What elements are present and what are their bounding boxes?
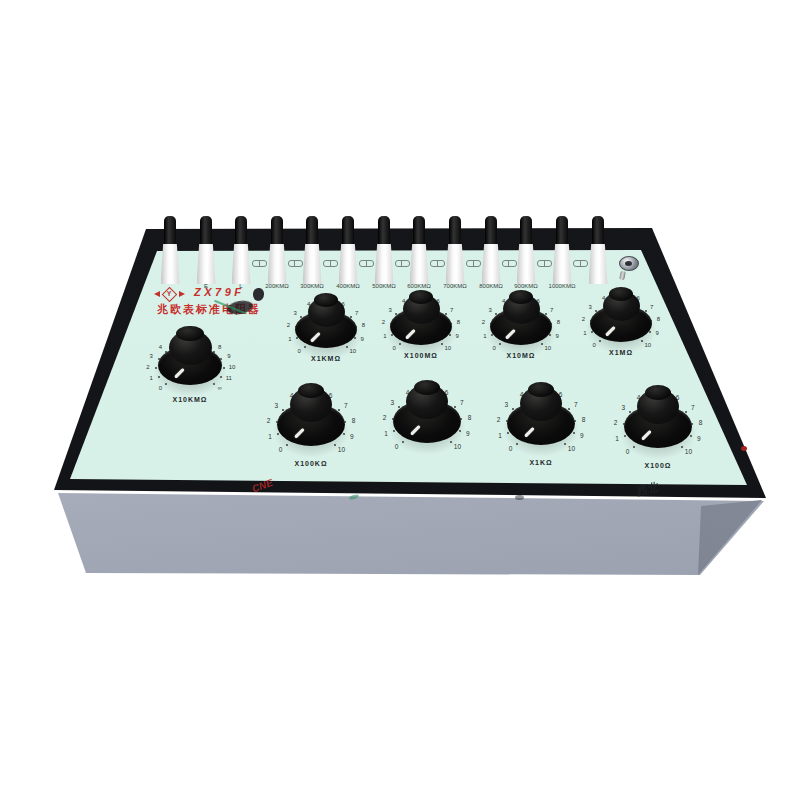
dial-number: 9 — [575, 432, 589, 439]
dial-number: 2 — [576, 316, 590, 322]
shorting-link[interactable] — [323, 260, 338, 267]
logo-right-wing-icon — [179, 291, 185, 297]
knob-range-label: X10KMΩ — [140, 396, 240, 403]
dial-number: 10 — [641, 342, 655, 348]
dial-number: 7 — [350, 310, 364, 316]
dial-number: 7 — [645, 304, 659, 310]
dial-number: 1 — [263, 433, 277, 440]
dial-number: 2 — [378, 414, 392, 421]
dial-number: 9 — [550, 333, 564, 339]
dial-number: 0 — [153, 385, 167, 391]
dial-number: 10 — [564, 445, 578, 452]
dial-number: ∞ — [213, 385, 227, 391]
dial-number: 8 — [346, 417, 360, 424]
screw-terminal[interactable] — [619, 256, 639, 271]
dial-number: 10 — [346, 348, 360, 354]
dial-number: 0 — [587, 342, 601, 348]
knob-range-label: X1MΩ — [571, 349, 671, 356]
knob-range-label: X100KΩ — [261, 460, 361, 467]
dial-number: 1 — [283, 336, 297, 342]
terminal-label: 1000KMΩ — [540, 283, 584, 289]
dial-number: 10 — [225, 364, 239, 370]
dial-number: 0 — [504, 445, 518, 452]
dial-number: 10 — [681, 448, 695, 455]
red-speck — [741, 446, 747, 451]
dial-number: 11 — [222, 375, 236, 381]
dial-tick-icon — [158, 376, 160, 378]
dial-number: 9 — [650, 330, 664, 336]
shorting-link[interactable] — [359, 260, 374, 267]
dial-number: 3 — [499, 401, 513, 408]
shorting-link[interactable] — [466, 260, 481, 267]
shorting-link[interactable] — [537, 260, 552, 267]
dial-number: 9 — [450, 333, 464, 339]
dial-number: 2 — [492, 416, 506, 423]
dial-number: 9 — [222, 353, 236, 359]
dial-number: 7 — [569, 401, 583, 408]
dial-number: 3 — [144, 353, 158, 359]
dial-number: 1 — [378, 333, 392, 339]
dial-number: 9 — [355, 336, 369, 342]
dial-number: 3 — [288, 310, 302, 316]
dial-number: 10 — [450, 443, 464, 450]
dial-number: 9 — [692, 435, 706, 442]
knob-range-label: X1KMΩ — [276, 355, 376, 362]
dial-number: 2 — [376, 319, 390, 325]
dial-number: 2 — [609, 419, 623, 426]
dial-number: 8 — [357, 322, 371, 328]
dial-number: 10 — [541, 345, 555, 351]
dial-number: 0 — [292, 348, 306, 354]
shorting-link[interactable] — [502, 260, 517, 267]
dial-number: 2 — [281, 322, 295, 328]
dial-number: 8 — [462, 414, 476, 421]
dial-number: 10 — [334, 446, 348, 453]
knob-range-label: X100Ω — [608, 462, 708, 469]
dial-number: 3 — [269, 402, 283, 409]
dial-number: 0 — [274, 446, 288, 453]
dial-number: 2 — [476, 319, 490, 325]
dial-number: 1 — [144, 375, 158, 381]
dial-number: 7 — [545, 307, 559, 313]
dial-number: 0 — [487, 345, 501, 351]
dial-number: 9 — [461, 430, 475, 437]
dial-number: 7 — [445, 307, 459, 313]
dial-number: 1 — [610, 435, 624, 442]
model-label: ZX79F — [194, 286, 245, 298]
dark-speck — [515, 495, 524, 500]
dial-number: 1 — [578, 330, 592, 336]
dial-number: 0 — [390, 443, 404, 450]
dial-number: 3 — [383, 307, 397, 313]
dial-number: 1 — [379, 430, 393, 437]
shorting-link[interactable] — [395, 260, 410, 267]
dial-number: 8 — [652, 316, 666, 322]
dial-number: 10 — [441, 345, 455, 351]
dial-number: 1 — [478, 333, 492, 339]
dial-number: 4 — [153, 344, 167, 350]
shorting-link[interactable] — [430, 260, 445, 267]
dial-number: 7 — [686, 404, 700, 411]
dial-number: 3 — [385, 399, 399, 406]
logo-left-wing-icon — [154, 291, 160, 297]
knob-range-label: X1KΩ — [491, 459, 591, 466]
product-photo-zx79f-resistance-box: EL200KMΩ300KMΩ400KMΩ500KMΩ600KMΩ700KMΩ80… — [0, 0, 800, 800]
dial-number: 3 — [483, 307, 497, 313]
screw-hole-icon — [625, 261, 632, 266]
dial-number: 2 — [262, 417, 276, 424]
dial-number: 8 — [213, 344, 227, 350]
dial-number: 7 — [339, 402, 353, 409]
dial-number: 3 — [616, 404, 630, 411]
dial-number: 0 — [621, 448, 635, 455]
dial-number: 8 — [576, 416, 590, 423]
shorting-link[interactable] — [252, 260, 267, 267]
dial-number: 3 — [583, 304, 597, 310]
dial-number: 0 — [387, 345, 401, 351]
shorting-link[interactable] — [288, 260, 303, 267]
dial-number: 7 — [455, 399, 469, 406]
knob-range-label: X10MΩ — [471, 352, 571, 359]
dial-number: 8 — [552, 319, 566, 325]
dial-number: 8 — [693, 419, 707, 426]
dial-number: 9 — [345, 433, 359, 440]
knob-range-label: X100MΩ — [371, 352, 471, 359]
shorting-link[interactable] — [573, 260, 588, 267]
dial-number: 8 — [452, 319, 466, 325]
dial-number: 1 — [493, 432, 507, 439]
brand-logo-letter: Y — [163, 290, 175, 297]
dial-number: 2 — [141, 364, 155, 370]
